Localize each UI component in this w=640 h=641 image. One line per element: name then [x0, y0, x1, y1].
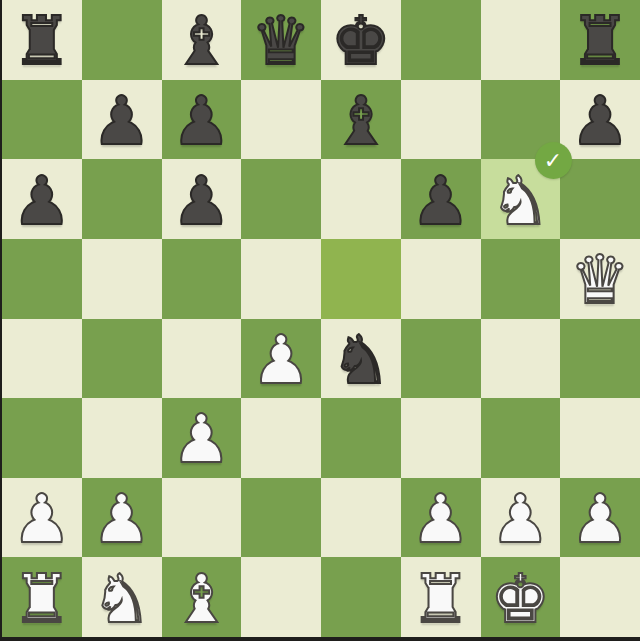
- square-f2[interactable]: ♟: [401, 478, 481, 558]
- square-b6[interactable]: [82, 159, 162, 239]
- black-pawn[interactable]: ♟: [411, 168, 471, 235]
- square-d6[interactable]: [241, 159, 321, 239]
- square-a3[interactable]: [2, 398, 82, 478]
- square-g5[interactable]: [481, 239, 561, 319]
- square-f7[interactable]: [401, 80, 481, 160]
- square-d5[interactable]: [241, 239, 321, 319]
- square-c2[interactable]: [162, 478, 242, 558]
- black-rook[interactable]: ♜: [570, 8, 630, 75]
- black-bishop[interactable]: ♝: [171, 8, 231, 75]
- square-b1[interactable]: ♞: [82, 557, 162, 637]
- black-king[interactable]: ♚: [331, 8, 391, 75]
- white-knight[interactable]: ♞: [92, 566, 152, 633]
- square-e5[interactable]: [321, 239, 401, 319]
- square-a7[interactable]: [2, 80, 82, 160]
- square-a2[interactable]: ♟: [2, 478, 82, 558]
- square-g1[interactable]: ♚: [481, 557, 561, 637]
- white-bishop[interactable]: ♝: [171, 566, 231, 633]
- square-h7[interactable]: ♟: [560, 80, 640, 160]
- good-move-check-icon: ✓: [535, 142, 572, 179]
- black-pawn[interactable]: ♟: [92, 88, 152, 155]
- square-c7[interactable]: ♟: [162, 80, 242, 160]
- square-g2[interactable]: ♟: [481, 478, 561, 558]
- white-queen[interactable]: ♛: [570, 247, 630, 314]
- white-pawn[interactable]: ♟: [171, 406, 231, 473]
- white-pawn[interactable]: ♟: [251, 327, 311, 394]
- square-e1[interactable]: [321, 557, 401, 637]
- black-queen[interactable]: ♛: [251, 8, 311, 75]
- square-c4[interactable]: [162, 319, 242, 399]
- square-f5[interactable]: [401, 239, 481, 319]
- black-rook[interactable]: ♜: [12, 8, 72, 75]
- white-pawn[interactable]: ♟: [92, 486, 152, 553]
- square-d7[interactable]: [241, 80, 321, 160]
- black-pawn[interactable]: ♟: [570, 88, 630, 155]
- black-pawn[interactable]: ♟: [12, 168, 72, 235]
- black-pawn[interactable]: ♟: [171, 168, 231, 235]
- square-c5[interactable]: [162, 239, 242, 319]
- square-b7[interactable]: ♟: [82, 80, 162, 160]
- square-b4[interactable]: [82, 319, 162, 399]
- square-a4[interactable]: [2, 319, 82, 399]
- white-pawn[interactable]: ♟: [411, 486, 471, 553]
- square-h1[interactable]: [560, 557, 640, 637]
- black-bishop[interactable]: ♝: [331, 88, 391, 155]
- square-f4[interactable]: [401, 319, 481, 399]
- square-b5[interactable]: [82, 239, 162, 319]
- square-d8[interactable]: ♛: [241, 0, 321, 80]
- square-b2[interactable]: ♟: [82, 478, 162, 558]
- square-h8[interactable]: ♜: [560, 0, 640, 80]
- square-h4[interactable]: [560, 319, 640, 399]
- square-g3[interactable]: [481, 398, 561, 478]
- square-g6[interactable]: ♞✓: [481, 159, 561, 239]
- white-rook[interactable]: ♜: [411, 566, 471, 633]
- square-f3[interactable]: [401, 398, 481, 478]
- square-h6[interactable]: [560, 159, 640, 239]
- square-d4[interactable]: ♟: [241, 319, 321, 399]
- white-knight[interactable]: ♞: [490, 168, 550, 235]
- square-f8[interactable]: [401, 0, 481, 80]
- white-king[interactable]: ♚: [490, 566, 550, 633]
- square-d3[interactable]: [241, 398, 321, 478]
- square-a6[interactable]: ♟: [2, 159, 82, 239]
- square-c3[interactable]: ♟: [162, 398, 242, 478]
- square-a5[interactable]: [2, 239, 82, 319]
- square-b3[interactable]: [82, 398, 162, 478]
- square-h2[interactable]: ♟: [560, 478, 640, 558]
- black-knight[interactable]: ♞: [331, 327, 391, 394]
- white-pawn[interactable]: ♟: [12, 486, 72, 553]
- square-h3[interactable]: [560, 398, 640, 478]
- chess-board: ♜♝♛♚♜♟♟♝♟♟♟♟♞✓♛♟♞♟♟♟♟♟♟♜♞♝♜♚: [2, 0, 640, 637]
- square-e4[interactable]: ♞: [321, 319, 401, 399]
- square-g8[interactable]: [481, 0, 561, 80]
- square-e7[interactable]: ♝: [321, 80, 401, 160]
- square-a1[interactable]: ♜: [2, 557, 82, 637]
- square-g4[interactable]: [481, 319, 561, 399]
- square-e2[interactable]: [321, 478, 401, 558]
- square-e8[interactable]: ♚: [321, 0, 401, 80]
- square-a8[interactable]: ♜: [2, 0, 82, 80]
- square-c1[interactable]: ♝: [162, 557, 242, 637]
- square-b8[interactable]: [82, 0, 162, 80]
- square-c8[interactable]: ♝: [162, 0, 242, 80]
- square-d2[interactable]: [241, 478, 321, 558]
- black-pawn[interactable]: ♟: [171, 88, 231, 155]
- white-pawn[interactable]: ♟: [490, 486, 550, 553]
- square-f6[interactable]: ♟: [401, 159, 481, 239]
- square-e3[interactable]: [321, 398, 401, 478]
- square-e6[interactable]: [321, 159, 401, 239]
- square-f1[interactable]: ♜: [401, 557, 481, 637]
- square-d1[interactable]: [241, 557, 321, 637]
- white-pawn[interactable]: ♟: [570, 486, 630, 553]
- square-c6[interactable]: ♟: [162, 159, 242, 239]
- white-rook[interactable]: ♜: [12, 566, 72, 633]
- square-h5[interactable]: ♛: [560, 239, 640, 319]
